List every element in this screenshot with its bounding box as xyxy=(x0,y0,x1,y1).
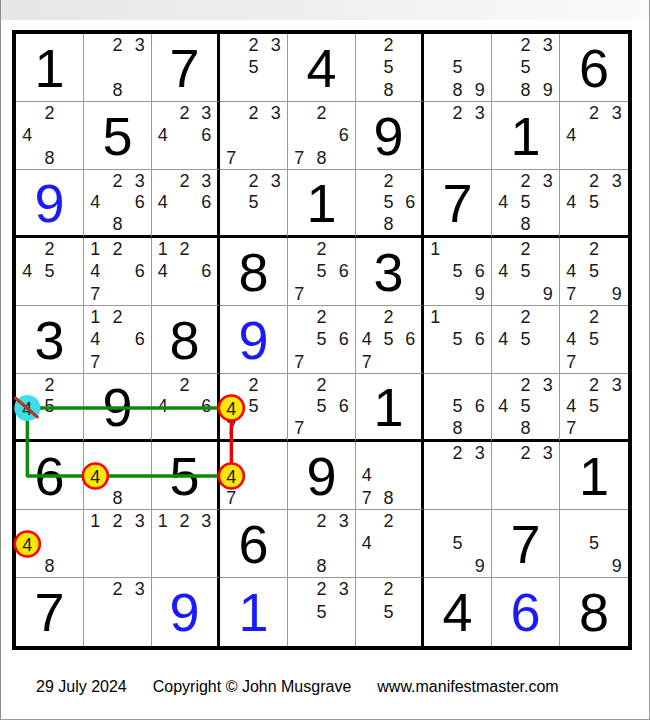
pencil-mark-slot-2: 2 xyxy=(514,238,536,260)
pencil-mark-slot-9 xyxy=(61,147,83,169)
pencil-mark-slot-4: 4 xyxy=(492,192,514,214)
pencil-mark-slot-4 xyxy=(84,532,106,554)
cell-r2c9[interactable]: 234 xyxy=(560,102,628,170)
pencil-mark-slot-3: 3 xyxy=(129,578,151,601)
cell-r9c3[interactable]: 9 xyxy=(152,578,220,646)
pencil-mark-slot-8 xyxy=(106,283,128,305)
pencil-mark-slot-8 xyxy=(106,623,128,646)
pencil-mark-slot-8 xyxy=(174,283,196,305)
pencil-mark-slot-3 xyxy=(265,374,287,396)
cell-r6c2[interactable]: 9 xyxy=(84,374,152,442)
pencil-mark-slot-5 xyxy=(310,124,332,146)
cell-r9c6[interactable]: 25 xyxy=(356,578,424,646)
pencil-mark-slot-1 xyxy=(84,170,106,192)
pencil-mark-slot-2: 2 xyxy=(378,578,400,601)
pencil-mark-slot-4: 4 xyxy=(16,532,38,554)
pencil-mark-slot-4: 4 xyxy=(560,260,583,282)
cell-r1c7[interactable]: 589 xyxy=(424,34,492,102)
pencil-mark-slot-8 xyxy=(514,487,536,509)
pencil-mark-slot-2: 2 xyxy=(174,102,196,124)
cell-r5c2[interactable]: 12467 xyxy=(84,306,152,374)
cell-r6c9[interactable]: 23457 xyxy=(560,374,628,442)
pencil-mark-slot-1 xyxy=(16,510,38,532)
cell-r7c5[interactable]: 9 xyxy=(288,442,356,510)
given-digit: 6 xyxy=(579,41,609,95)
pencil-mark-slot-8: 8 xyxy=(106,79,128,101)
pencil-mark-slot-3: 3 xyxy=(129,510,151,532)
pencil-mark-slot-2: 2 xyxy=(514,170,536,192)
pencil-mark-slot-4: 4 xyxy=(84,464,106,486)
pencil-mark-slot-4: 4 xyxy=(560,192,583,214)
pencil-mark-slot-4 xyxy=(424,56,446,78)
cell-r8c2[interactable]: 123 xyxy=(84,510,152,578)
cell-r9c1[interactable]: 7 xyxy=(16,578,84,646)
pencil-mark-slot-9 xyxy=(61,283,83,305)
cell-r5c4[interactable]: 9 xyxy=(220,306,288,374)
pencil-mark-slot-6 xyxy=(537,56,559,78)
cell-r3c4[interactable]: 235 xyxy=(220,170,288,238)
cell-r4c2[interactable]: 12467 xyxy=(84,238,152,306)
cell-r8c8[interactable]: 7 xyxy=(492,510,560,578)
pencil-mark-slot-9 xyxy=(129,623,151,646)
pencil-mark-slot-1 xyxy=(220,442,242,464)
pencil-mark-slot-3 xyxy=(265,442,287,464)
cell-r8c6[interactable]: 24 xyxy=(356,510,424,578)
pencil-mark-slot-2: 2 xyxy=(378,510,400,532)
given-digit: 3 xyxy=(34,313,64,367)
cell-r9c4[interactable]: 1 xyxy=(220,578,288,646)
pencil-mark-slot-2: 2 xyxy=(446,442,468,464)
cell-r7c2[interactable]: 48 xyxy=(84,442,152,510)
pencil-mark-slot-3: 3 xyxy=(605,170,628,192)
pencil-mark-slot-5: 5 xyxy=(242,56,264,78)
pencil-marks: 24579 xyxy=(560,238,628,305)
cell-r9c7[interactable]: 4 xyxy=(424,578,492,646)
pencil-mark-slot-7: 7 xyxy=(356,487,378,509)
pencil-mark-slot-7 xyxy=(152,283,174,305)
pencil-mark-slot-1: 1 xyxy=(84,510,106,532)
pencil-mark-slot-1 xyxy=(492,374,514,396)
pencil-mark-slot-8 xyxy=(310,283,332,305)
cell-r5c1[interactable]: 3 xyxy=(16,306,84,374)
pencil-mark-slot-8 xyxy=(242,417,264,439)
pencil-mark-slot-2 xyxy=(446,510,468,532)
cell-r6c4[interactable]: 2457 xyxy=(220,374,288,442)
cell-r9c9[interactable]: 8 xyxy=(560,578,628,646)
pencil-mark-slot-2: 2 xyxy=(106,578,128,601)
pencil-mark-slot-2 xyxy=(378,442,400,464)
pencil-mark-slot-2 xyxy=(446,238,468,260)
pencil-mark-slot-4 xyxy=(356,192,378,214)
pencil-mark-slot-9 xyxy=(333,623,355,646)
pencil-mark-slot-2: 2 xyxy=(310,578,332,601)
cell-r4c5[interactable]: 2567 xyxy=(288,238,356,306)
pencil-mark-slot-5 xyxy=(38,532,60,554)
pencil-mark-slot-7 xyxy=(560,213,583,235)
cell-r2c2[interactable]: 5 xyxy=(84,102,152,170)
cell-r4c3[interactable]: 1246 xyxy=(152,238,220,306)
pencil-mark-slot-8 xyxy=(514,351,536,373)
pencil-mark-slot-7 xyxy=(424,283,446,305)
pencil-mark-slot-9: 9 xyxy=(605,283,628,305)
cell-r5c3[interactable]: 8 xyxy=(152,306,220,374)
pencil-mark-slot-5 xyxy=(378,532,400,554)
pencil-mark-slot-8 xyxy=(242,79,264,101)
solved-digit: 9 xyxy=(169,585,199,639)
cell-r5c8[interactable]: 245 xyxy=(492,306,560,374)
pencil-mark-slot-5 xyxy=(378,464,400,486)
cell-r7c1[interactable]: 6 xyxy=(16,442,84,510)
pencil-mark-slot-7: 7 xyxy=(288,283,310,305)
cell-r2c1[interactable]: 248 xyxy=(16,102,84,170)
pencil-mark-slot-1 xyxy=(356,170,378,192)
pencil-mark-slot-3: 3 xyxy=(129,170,151,192)
pencil-mark-slot-5 xyxy=(310,532,332,554)
cell-r1c3[interactable]: 7 xyxy=(152,34,220,102)
pencil-mark-slot-5: 5 xyxy=(514,396,536,418)
pencil-mark-slot-6: 6 xyxy=(195,396,217,418)
pencil-mark-slot-7 xyxy=(356,213,378,235)
cell-r6c7[interactable]: 568 xyxy=(424,374,492,442)
pencil-mark-slot-8: 8 xyxy=(514,417,536,439)
pencil-mark-slot-9: 9 xyxy=(469,283,491,305)
pencil-mark-slot-7 xyxy=(84,487,106,509)
pencil-mark-slot-1 xyxy=(424,374,446,396)
pencil-mark-slot-4 xyxy=(288,124,310,146)
pencil-mark-slot-7 xyxy=(560,555,583,577)
pencil-mark-slot-1 xyxy=(288,238,310,260)
pencil-mark-slot-5: 5 xyxy=(583,396,606,418)
cell-r3c1[interactable]: 9 xyxy=(16,170,84,238)
solved-digit: 1 xyxy=(238,585,268,639)
pencil-mark-slot-8: 8 xyxy=(514,79,536,101)
given-digit: 8 xyxy=(169,313,199,367)
cell-r9c5[interactable]: 235 xyxy=(288,578,356,646)
pencil-mark-slot-3: 3 xyxy=(605,374,628,396)
pencil-mark-slot-7 xyxy=(84,79,106,101)
cell-r4c4[interactable]: 8 xyxy=(220,238,288,306)
pencil-mark-slot-4: 4 xyxy=(560,328,583,350)
pencil-mark-slot-5 xyxy=(106,328,128,350)
cell-r8c9[interactable]: 59 xyxy=(560,510,628,578)
pencil-mark-slot-6: 6 xyxy=(469,328,491,350)
pencil-mark-slot-1 xyxy=(152,102,174,124)
cell-r1c2[interactable]: 238 xyxy=(84,34,152,102)
cell-r4c1[interactable]: 245 xyxy=(16,238,84,306)
cell-r2c7[interactable]: 23 xyxy=(424,102,492,170)
sudoku-app-window: 1238723542585892358962485234623726789231… xyxy=(0,0,650,720)
pencil-mark-slot-2 xyxy=(446,306,468,328)
cell-r5c5[interactable]: 2567 xyxy=(288,306,356,374)
cell-r7c4[interactable]: 47 xyxy=(220,442,288,510)
pencil-mark-slot-7 xyxy=(356,79,378,101)
pencil-mark-slot-6 xyxy=(537,396,559,418)
cell-r3c2[interactable]: 23468 xyxy=(84,170,152,238)
pencil-mark-slot-4: 4 xyxy=(16,124,38,146)
pencil-mark-slot-5 xyxy=(106,56,128,78)
pencil-mark-slot-6: 6 xyxy=(333,328,355,350)
given-digit: 7 xyxy=(510,517,540,571)
cell-r6c3[interactable]: 246 xyxy=(152,374,220,442)
cell-r2c3[interactable]: 2346 xyxy=(152,102,220,170)
pencil-mark-slot-2 xyxy=(583,510,606,532)
cell-r7c3[interactable]: 5 xyxy=(152,442,220,510)
pencil-mark-slot-5 xyxy=(174,260,196,282)
cell-r3c3[interactable]: 2346 xyxy=(152,170,220,238)
cell-r2c6[interactable]: 9 xyxy=(356,102,424,170)
given-digit: 9 xyxy=(102,380,132,434)
pencil-mark-slot-3 xyxy=(605,306,628,328)
pencil-mark-slot-3 xyxy=(195,238,217,260)
pencil-mark-slot-7 xyxy=(16,283,38,305)
cell-r3c5[interactable]: 1 xyxy=(288,170,356,238)
pencil-mark-slot-4: 4 xyxy=(356,328,378,350)
pencil-mark-slot-9 xyxy=(333,147,355,169)
pencil-mark-slot-8: 8 xyxy=(106,487,128,509)
cell-r3c6[interactable]: 2568 xyxy=(356,170,424,238)
pencil-mark-slot-6 xyxy=(265,124,287,146)
pencil-mark-slot-7 xyxy=(492,417,514,439)
pencil-mark-slot-5: 5 xyxy=(583,328,606,350)
pencil-mark-slot-2: 2 xyxy=(242,34,264,56)
pencil-mark-slot-4 xyxy=(220,56,242,78)
cell-r6c1[interactable]: 245 xyxy=(16,374,84,442)
pencil-mark-slot-2: 2 xyxy=(446,102,468,124)
pencil-mark-slot-7 xyxy=(492,213,514,235)
pencil-mark-slot-5 xyxy=(446,464,468,486)
pencil-mark-slot-6 xyxy=(469,56,491,78)
pencil-mark-slot-6 xyxy=(537,260,559,282)
pencil-mark-slot-6 xyxy=(469,532,491,554)
pencil-mark-slot-1 xyxy=(492,34,514,56)
pencil-mark-slot-7: 7 xyxy=(84,283,106,305)
pencil-marks: 235 xyxy=(288,578,355,646)
pencil-mark-slot-2: 2 xyxy=(583,238,606,260)
pencil-marks: 238 xyxy=(288,510,355,577)
cell-r1c8[interactable]: 23589 xyxy=(492,34,560,102)
cell-r5c9[interactable]: 2457 xyxy=(560,306,628,374)
pencil-mark-slot-2: 2 xyxy=(38,374,60,396)
pencil-mark-slot-8 xyxy=(38,283,60,305)
cell-r5c6[interactable]: 24567 xyxy=(356,306,424,374)
pencil-mark-slot-6: 6 xyxy=(469,260,491,282)
cell-r8c1[interactable]: 48 xyxy=(16,510,84,578)
pencil-mark-slot-8: 8 xyxy=(446,79,468,101)
pencil-marks: 23457 xyxy=(560,374,628,439)
cell-r3c9[interactable]: 2345 xyxy=(560,170,628,238)
pencil-mark-slot-9 xyxy=(469,147,491,169)
pencil-marks: 478 xyxy=(356,442,421,509)
pencil-mark-slot-7 xyxy=(84,213,106,235)
pencil-mark-slot-5: 5 xyxy=(378,56,400,78)
cell-r4c7[interactable]: 1569 xyxy=(424,238,492,306)
given-digit: 1 xyxy=(510,109,540,163)
pencil-mark-slot-8 xyxy=(242,147,264,169)
cell-r5c7[interactable]: 156 xyxy=(424,306,492,374)
pencil-mark-slot-4: 4 xyxy=(492,396,514,418)
cell-r9c8[interactable]: 6 xyxy=(492,578,560,646)
pencil-mark-slot-7: 7 xyxy=(560,351,583,373)
pencil-mark-slot-3: 3 xyxy=(129,34,151,56)
cell-r6c5[interactable]: 2567 xyxy=(288,374,356,442)
footer-copyright: Copyright © John Musgrave xyxy=(153,678,352,696)
pencil-mark-slot-9 xyxy=(265,213,287,235)
cell-r1c4[interactable]: 235 xyxy=(220,34,288,102)
pencil-mark-slot-3 xyxy=(333,102,355,124)
pencil-mark-slot-1 xyxy=(492,442,514,464)
pencil-mark-slot-6 xyxy=(129,464,151,486)
pencil-marks: 2457 xyxy=(220,374,287,439)
pencil-mark-slot-7 xyxy=(16,147,38,169)
cell-r1c1[interactable]: 1 xyxy=(16,34,84,102)
pencil-mark-slot-6 xyxy=(61,260,83,282)
pencil-mark-slot-4 xyxy=(424,532,446,554)
pencil-mark-slot-9: 9 xyxy=(469,79,491,101)
pencil-mark-slot-4 xyxy=(560,532,583,554)
pencil-mark-slot-1 xyxy=(424,102,446,124)
pencil-mark-slot-6: 6 xyxy=(399,192,421,214)
pencil-marks: 12467 xyxy=(84,306,151,373)
pencil-mark-slot-3 xyxy=(399,578,421,601)
pencil-mark-slot-1 xyxy=(560,238,583,260)
pencil-mark-slot-3: 3 xyxy=(195,102,217,124)
pencil-mark-slot-5: 5 xyxy=(242,396,264,418)
cell-r1c5[interactable]: 4 xyxy=(288,34,356,102)
cell-r4c9[interactable]: 24579 xyxy=(560,238,628,306)
pencil-mark-slot-8 xyxy=(106,555,128,577)
pencil-marks: 12467 xyxy=(84,238,151,305)
pencil-mark-slot-9 xyxy=(195,213,217,235)
pencil-mark-slot-3 xyxy=(469,306,491,328)
pencil-mark-slot-9 xyxy=(195,283,217,305)
cell-r8c3[interactable]: 123 xyxy=(152,510,220,578)
pencil-mark-slot-2: 2 xyxy=(106,238,128,260)
cell-r2c4[interactable]: 237 xyxy=(220,102,288,170)
pencil-mark-slot-8 xyxy=(446,555,468,577)
pencil-mark-slot-4 xyxy=(288,601,310,624)
cell-r8c5[interactable]: 238 xyxy=(288,510,356,578)
pencil-mark-slot-7 xyxy=(288,623,310,646)
pencil-mark-slot-5 xyxy=(106,192,128,214)
cell-r9c2[interactable]: 23 xyxy=(84,578,152,646)
cell-r7c6[interactable]: 478 xyxy=(356,442,424,510)
pencil-mark-slot-1: 1 xyxy=(424,306,446,328)
pencil-marks: 2345 xyxy=(560,170,628,235)
pencil-mark-slot-3 xyxy=(605,510,628,532)
pencil-mark-slot-5: 5 xyxy=(446,328,468,350)
pencil-mark-slot-4: 4 xyxy=(152,124,174,146)
pencil-mark-slot-6 xyxy=(537,192,559,214)
pencil-mark-slot-1 xyxy=(288,306,310,328)
pencil-mark-slot-6 xyxy=(469,464,491,486)
pencil-marks: 245 xyxy=(16,238,83,305)
cell-r3c8[interactable]: 23458 xyxy=(492,170,560,238)
pencil-mark-slot-5 xyxy=(514,464,536,486)
pencil-mark-slot-8 xyxy=(583,147,606,169)
pencil-mark-slot-1 xyxy=(424,510,446,532)
pencil-mark-slot-7: 7 xyxy=(220,147,242,169)
cell-r4c6[interactable]: 3 xyxy=(356,238,424,306)
pencil-mark-slot-1 xyxy=(152,170,174,192)
cell-r4c8[interactable]: 2459 xyxy=(492,238,560,306)
pencil-mark-slot-1 xyxy=(288,578,310,601)
pencil-mark-slot-8 xyxy=(174,147,196,169)
pencil-mark-slot-4 xyxy=(424,328,446,350)
pencil-mark-slot-9 xyxy=(469,417,491,439)
pencil-mark-slot-4 xyxy=(288,328,310,350)
given-digit: 5 xyxy=(169,449,199,503)
pencil-mark-slot-7 xyxy=(152,555,174,577)
pencil-mark-slot-6: 6 xyxy=(129,328,151,350)
pencil-marks: 246 xyxy=(152,374,217,439)
pencil-mark-slot-6: 6 xyxy=(399,328,421,350)
pencil-mark-slot-1 xyxy=(424,442,446,464)
pencil-mark-slot-7 xyxy=(152,417,174,439)
pencil-mark-slot-8 xyxy=(174,555,196,577)
pencil-mark-slot-9 xyxy=(469,487,491,509)
cell-r7c7[interactable]: 23 xyxy=(424,442,492,510)
cell-r6c8[interactable]: 23458 xyxy=(492,374,560,442)
pencil-mark-slot-3 xyxy=(605,238,628,260)
pencil-marks: 238 xyxy=(84,34,151,101)
pencil-mark-slot-4 xyxy=(356,601,378,624)
pencil-mark-slot-8 xyxy=(310,351,332,373)
cell-r6c6[interactable]: 1 xyxy=(356,374,424,442)
pencil-mark-slot-1 xyxy=(84,442,106,464)
pencil-mark-slot-7: 7 xyxy=(288,351,310,373)
cell-r1c6[interactable]: 258 xyxy=(356,34,424,102)
pencil-mark-slot-5: 5 xyxy=(514,56,536,78)
pencil-mark-slot-1 xyxy=(84,34,106,56)
pencil-mark-slot-9 xyxy=(605,417,628,439)
cell-r1c9[interactable]: 6 xyxy=(560,34,628,102)
pencil-mark-slot-9 xyxy=(605,213,628,235)
pencil-mark-slot-5 xyxy=(583,124,606,146)
pencil-mark-slot-1 xyxy=(220,102,242,124)
pencil-mark-slot-3 xyxy=(399,306,421,328)
solved-digit: 9 xyxy=(34,176,64,230)
footer: 29 July 2024 Copyright © John Musgrave w… xyxy=(36,678,559,696)
pencil-mark-slot-7 xyxy=(152,147,174,169)
pencil-mark-slot-4 xyxy=(424,396,446,418)
pencil-mark-slot-4: 4 xyxy=(220,396,242,418)
pencil-mark-slot-8 xyxy=(310,417,332,439)
pencil-mark-slot-5: 5 xyxy=(583,260,606,282)
pencil-mark-slot-3 xyxy=(537,238,559,260)
pencil-mark-slot-9 xyxy=(537,213,559,235)
pencil-mark-slot-3 xyxy=(61,374,83,396)
pencil-mark-slot-7 xyxy=(492,351,514,373)
pencil-mark-slot-7 xyxy=(288,555,310,577)
pencil-mark-slot-3 xyxy=(469,374,491,396)
cell-r2c8[interactable]: 1 xyxy=(492,102,560,170)
pencil-mark-slot-3 xyxy=(61,238,83,260)
cell-r8c4[interactable]: 6 xyxy=(220,510,288,578)
cell-r7c9[interactable]: 1 xyxy=(560,442,628,510)
cell-r3c7[interactable]: 7 xyxy=(424,170,492,238)
pencil-mark-slot-8: 8 xyxy=(378,487,400,509)
pencil-mark-slot-5: 5 xyxy=(514,192,536,214)
pencil-mark-slot-9 xyxy=(129,283,151,305)
cell-r7c8[interactable]: 23 xyxy=(492,442,560,510)
pencil-mark-slot-3 xyxy=(399,34,421,56)
pencil-mark-slot-6 xyxy=(265,396,287,418)
pencil-mark-slot-5: 5 xyxy=(310,260,332,282)
cell-r8c7[interactable]: 59 xyxy=(424,510,492,578)
pencil-mark-slot-9 xyxy=(399,555,421,577)
cell-r2c5[interactable]: 2678 xyxy=(288,102,356,170)
pencil-mark-slot-6 xyxy=(399,601,421,624)
